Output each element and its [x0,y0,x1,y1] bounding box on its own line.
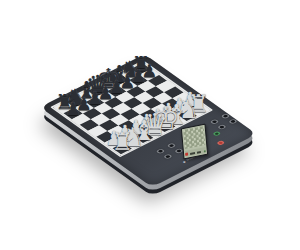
nav-button-1[interactable] [155,148,165,154]
nav-button-7[interactable] [217,124,227,130]
chess-computer-photo: ◆ MILLENNIUM ♜♞♝♛♚♝♞♜♟♟♟♟♟♟♟♟♟♟♟♟♟♟♟♟♜♞♝… [0,0,300,250]
nav-button-3[interactable] [163,153,173,159]
lcd-status-row [185,147,206,157]
nav-button-5[interactable] [209,119,219,125]
lcd-mini-board [183,126,205,149]
green-key[interactable] [212,131,221,136]
nav-button-8[interactable] [228,118,238,124]
nav-button-2[interactable] [166,143,176,149]
lcd-display [181,124,208,160]
nav-button-6[interactable] [220,113,230,119]
